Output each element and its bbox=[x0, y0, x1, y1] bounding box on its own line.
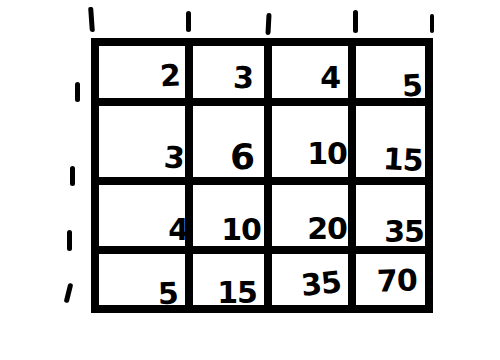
one-mark bbox=[67, 230, 72, 251]
grid-cell-r2c1: 3 bbox=[99, 106, 193, 185]
cell-value: 20 bbox=[307, 214, 347, 244]
cell-value: 5 bbox=[158, 279, 179, 310]
cell-value: 3 bbox=[233, 63, 254, 94]
grid-cell-r1c3: 4 bbox=[272, 46, 356, 106]
cell-value: 4 bbox=[168, 215, 188, 245]
cell-value: 3 bbox=[163, 142, 185, 173]
grid-cell-r4c2: 15 bbox=[193, 254, 272, 305]
lattice-grid: 2 3 4 5 3 6 10 15 4 10 20 35 5 15 35 70 bbox=[91, 38, 433, 313]
one-mark bbox=[70, 166, 75, 186]
grid-cell-r3c1: 4 bbox=[99, 185, 193, 254]
grid-cell-r3c2: 10 bbox=[193, 185, 272, 254]
grid-cell-r1c1: 2 bbox=[99, 46, 193, 106]
cell-value: 35 bbox=[300, 267, 343, 301]
grid-cell-r4c4: 70 bbox=[356, 254, 425, 305]
cell-value: 10 bbox=[221, 215, 261, 245]
cell-value: 4 bbox=[320, 63, 340, 93]
grid-cell-r2c4: 15 bbox=[356, 106, 425, 185]
one-mark bbox=[265, 13, 271, 35]
cell-value: 15 bbox=[382, 144, 423, 176]
one-mark bbox=[64, 283, 74, 304]
grid-cell-r2c2: 6 bbox=[193, 106, 272, 185]
cell-value: 6 bbox=[230, 139, 254, 175]
one-mark bbox=[75, 82, 80, 102]
one-mark bbox=[88, 7, 95, 32]
one-mark bbox=[353, 10, 358, 33]
cell-value: 2 bbox=[159, 61, 180, 92]
grid-cell-r2c3: 10 bbox=[272, 106, 356, 185]
one-mark bbox=[186, 11, 191, 32]
grid-cell-r1c4: 5 bbox=[356, 46, 425, 106]
one-mark bbox=[430, 14, 434, 33]
grid-cell-r3c4: 35 bbox=[356, 185, 425, 254]
cell-value: 10 bbox=[307, 139, 347, 169]
cell-value: 5 bbox=[401, 71, 422, 102]
grid-cell-r4c1: 5 bbox=[99, 254, 193, 305]
grid-cell-r4c3: 35 bbox=[272, 254, 356, 305]
grid-cell-r1c2: 3 bbox=[193, 46, 272, 106]
cell-value: 15 bbox=[217, 278, 257, 308]
hand-drawn-puzzle-diagram: 2 3 4 5 3 6 10 15 4 10 20 35 5 15 35 70 bbox=[0, 0, 500, 360]
cell-value: 70 bbox=[377, 265, 418, 296]
cell-value: 35 bbox=[384, 217, 424, 247]
grid-cell-r3c3: 20 bbox=[272, 185, 356, 254]
